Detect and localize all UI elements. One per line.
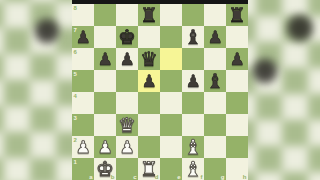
square-f5[interactable]: ♟ <box>182 70 204 92</box>
square-h2[interactable] <box>226 136 248 158</box>
piece-white-king[interactable]: ♚ <box>96 158 114 180</box>
square-c7[interactable]: ♚ <box>116 26 138 48</box>
square-e6[interactable] <box>160 48 182 70</box>
piece-white-pawn[interactable]: ♟ <box>97 136 112 158</box>
file-label-c: c <box>133 174 136 180</box>
square-b5[interactable] <box>94 70 116 92</box>
square-h1[interactable]: h <box>226 158 248 180</box>
square-d3[interactable] <box>138 114 160 136</box>
piece-white-queen[interactable]: ♛ <box>118 114 136 136</box>
piece-white-rook[interactable]: ♜ <box>140 158 158 180</box>
square-e3[interactable] <box>160 114 182 136</box>
rank-label-1: 1 <box>74 159 77 165</box>
square-g4[interactable] <box>204 92 226 114</box>
square-b8[interactable] <box>94 4 116 26</box>
square-a7[interactable]: 7♟ <box>72 26 94 48</box>
square-c4[interactable] <box>116 92 138 114</box>
piece-black-pawn[interactable]: ♟ <box>75 26 90 48</box>
piece-black-king[interactable]: ♚ <box>118 26 136 48</box>
piece-black-queen[interactable]: ♛ <box>140 48 158 70</box>
square-f7[interactable]: ♝ <box>182 26 204 48</box>
square-h6[interactable]: ♟ <box>226 48 248 70</box>
piece-black-pawn[interactable]: ♟ <box>207 26 222 48</box>
rank-label-3: 3 <box>74 115 77 121</box>
square-g6[interactable] <box>204 48 226 70</box>
square-c3[interactable]: ♛ <box>116 114 138 136</box>
piece-black-bishop[interactable]: ♝ <box>184 26 202 48</box>
square-e1[interactable]: e <box>160 158 182 180</box>
video-frame: 8♜♜7♟♚♝♟6♟♟♛♟5♟♟♝43♛2♟♟♟♝1ab♚cd♜ef♝gh <box>0 0 320 180</box>
square-h4[interactable] <box>226 92 248 114</box>
piece-black-pawn[interactable]: ♟ <box>185 70 200 92</box>
piece-white-bishop[interactable]: ♝ <box>184 136 202 158</box>
square-g3[interactable] <box>204 114 226 136</box>
piece-black-pawn[interactable]: ♟ <box>97 48 112 70</box>
piece-black-bishop[interactable]: ♝ <box>206 70 224 92</box>
square-b7[interactable] <box>94 26 116 48</box>
square-d7[interactable] <box>138 26 160 48</box>
square-f2[interactable]: ♝ <box>182 136 204 158</box>
square-b3[interactable] <box>94 114 116 136</box>
square-a1[interactable]: 1a <box>72 158 94 180</box>
square-c5[interactable] <box>116 70 138 92</box>
blurred-piece-smudge <box>284 10 316 46</box>
square-b4[interactable] <box>94 92 116 114</box>
square-d8[interactable]: ♜ <box>138 4 160 26</box>
piece-white-bishop[interactable]: ♝ <box>184 158 202 180</box>
square-c2[interactable]: ♟ <box>116 136 138 158</box>
square-f6[interactable] <box>182 48 204 70</box>
square-b2[interactable]: ♟ <box>94 136 116 158</box>
square-g7[interactable]: ♟ <box>204 26 226 48</box>
square-a8[interactable]: 8 <box>72 4 94 26</box>
square-a6[interactable]: 6 <box>72 48 94 70</box>
square-g8[interactable] <box>204 4 226 26</box>
square-e4[interactable] <box>160 92 182 114</box>
square-a5[interactable]: 5 <box>72 70 94 92</box>
square-f1[interactable]: f♝ <box>182 158 204 180</box>
square-d1[interactable]: d♜ <box>138 158 160 180</box>
file-label-a: a <box>89 174 92 180</box>
square-a2[interactable]: 2♟ <box>72 136 94 158</box>
file-label-e: e <box>177 174 180 180</box>
square-f4[interactable] <box>182 92 204 114</box>
square-h5[interactable] <box>226 70 248 92</box>
rank-label-5: 5 <box>74 71 77 77</box>
piece-black-pawn[interactable]: ♟ <box>229 48 244 70</box>
square-g1[interactable]: g <box>204 158 226 180</box>
square-c6[interactable]: ♟ <box>116 48 138 70</box>
square-c8[interactable] <box>116 4 138 26</box>
square-g2[interactable] <box>204 136 226 158</box>
rank-label-8: 8 <box>74 5 77 11</box>
square-h3[interactable] <box>226 114 248 136</box>
blurred-piece-smudge <box>250 54 280 88</box>
piece-white-pawn[interactable]: ♟ <box>75 136 90 158</box>
square-a3[interactable]: 3 <box>72 114 94 136</box>
square-g5[interactable]: ♝ <box>204 70 226 92</box>
file-label-h: h <box>243 174 247 180</box>
square-d2[interactable] <box>138 136 160 158</box>
square-c1[interactable]: c <box>116 158 138 180</box>
square-e2[interactable] <box>160 136 182 158</box>
chess-board: 8♜♜7♟♚♝♟6♟♟♛♟5♟♟♝43♛2♟♟♟♝1ab♚cd♜ef♝gh <box>72 4 248 180</box>
square-e7[interactable] <box>160 26 182 48</box>
piece-black-rook[interactable]: ♜ <box>228 4 246 26</box>
rank-label-4: 4 <box>74 93 77 99</box>
square-f3[interactable] <box>182 114 204 136</box>
blurred-background-right <box>248 0 320 180</box>
square-a4[interactable]: 4 <box>72 92 94 114</box>
piece-white-pawn[interactable]: ♟ <box>119 136 134 158</box>
file-label-g: g <box>221 174 225 180</box>
square-e5[interactable] <box>160 70 182 92</box>
blurred-piece-smudge <box>32 14 62 48</box>
square-h8[interactable]: ♜ <box>226 4 248 26</box>
piece-black-pawn[interactable]: ♟ <box>141 70 156 92</box>
square-h7[interactable] <box>226 26 248 48</box>
square-d6[interactable]: ♛ <box>138 48 160 70</box>
square-e8[interactable] <box>160 4 182 26</box>
piece-black-rook[interactable]: ♜ <box>140 4 158 26</box>
piece-black-pawn[interactable]: ♟ <box>119 48 134 70</box>
square-b1[interactable]: b♚ <box>94 158 116 180</box>
square-b6[interactable]: ♟ <box>94 48 116 70</box>
square-d5[interactable]: ♟ <box>138 70 160 92</box>
rank-label-6: 6 <box>74 49 77 55</box>
square-f8[interactable] <box>182 4 204 26</box>
square-d4[interactable] <box>138 92 160 114</box>
blurred-background-left <box>0 0 72 180</box>
